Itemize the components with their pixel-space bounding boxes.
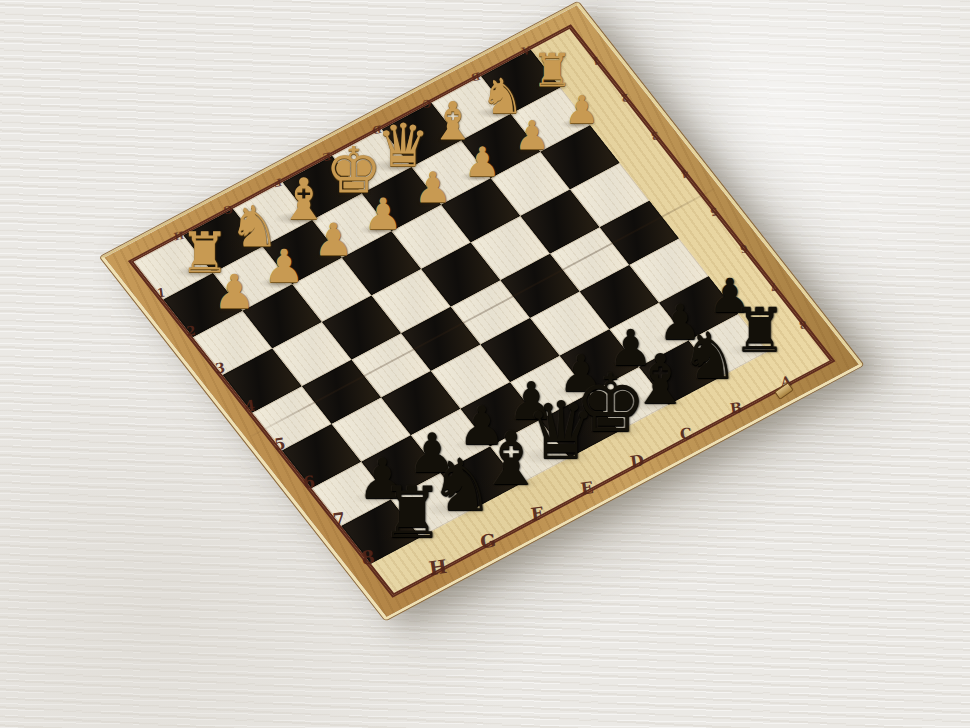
black-rook-a8[interactable]: ♜ <box>732 300 786 360</box>
table-surface: 12345678HGFEDCBAHGFEDCBA12345678 ♜♞♟♝♟♛♟… <box>0 0 970 728</box>
white-pawn-h2[interactable]: ♟ <box>213 270 255 317</box>
white-pawn-b2[interactable]: ♟ <box>514 117 550 157</box>
white-pawn-f2[interactable]: ♟ <box>314 219 354 264</box>
white-pawn-e2[interactable]: ♟ <box>364 193 403 236</box>
white-pawn-d2[interactable]: ♟ <box>414 168 452 210</box>
white-pawn-g2[interactable]: ♟ <box>263 244 304 290</box>
black-rook-h8[interactable]: ♜ <box>380 477 444 548</box>
white-pawn-c2[interactable]: ♟ <box>464 142 501 183</box>
white-pawn-a2[interactable]: ♟ <box>564 91 598 129</box>
